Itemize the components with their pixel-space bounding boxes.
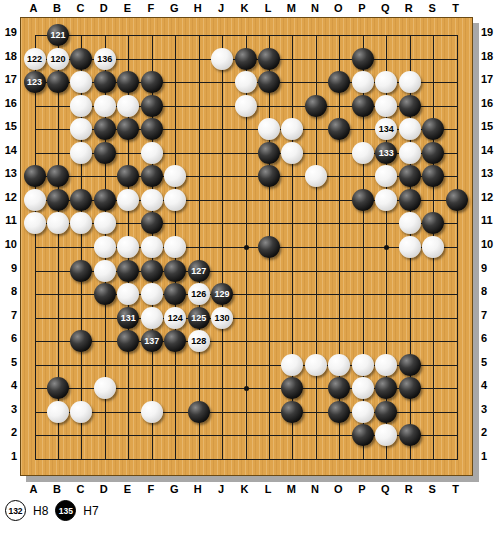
left-coord-15: 15 bbox=[1, 120, 17, 132]
stone-S15[interactable] bbox=[422, 118, 444, 140]
left-coord-4: 4 bbox=[1, 379, 17, 391]
stone-J7[interactable]: 130 bbox=[211, 307, 233, 329]
bottom-coord-D: D bbox=[96, 483, 112, 495]
stone-D4[interactable] bbox=[94, 377, 116, 399]
grid-line-horizontal bbox=[35, 459, 458, 460]
stone-Q14[interactable]: 133 bbox=[375, 142, 397, 164]
stone-R15[interactable] bbox=[399, 118, 421, 140]
stone-C17[interactable] bbox=[70, 71, 92, 93]
right-coord-11: 11 bbox=[481, 214, 499, 226]
right-coord-2: 2 bbox=[481, 426, 499, 438]
stone-O15[interactable] bbox=[328, 118, 350, 140]
top-coord-F: F bbox=[143, 2, 159, 14]
stone-L13[interactable] bbox=[258, 165, 280, 187]
stone-C12[interactable] bbox=[70, 189, 92, 211]
stone-S14[interactable] bbox=[422, 142, 444, 164]
stone-K16[interactable] bbox=[235, 95, 257, 117]
stone-G13[interactable] bbox=[164, 165, 186, 187]
stone-F16[interactable] bbox=[141, 95, 163, 117]
top-coord-E: E bbox=[119, 2, 135, 14]
stone-A18[interactable]: 122 bbox=[24, 48, 46, 70]
stone-M3[interactable] bbox=[281, 401, 303, 423]
stone-R2[interactable] bbox=[399, 424, 421, 446]
go-kifu-page: ABCDEFGHJKLMNOPQRST 19181716151413121110… bbox=[0, 0, 500, 537]
stone-C14[interactable] bbox=[70, 142, 92, 164]
left-coord-12: 12 bbox=[1, 191, 17, 203]
stone-L10[interactable] bbox=[258, 236, 280, 258]
stone-B4[interactable] bbox=[47, 377, 69, 399]
caption-coord-H7: H7 bbox=[83, 504, 98, 518]
right-coord-3: 3 bbox=[481, 403, 499, 415]
stone-O17[interactable] bbox=[328, 71, 350, 93]
left-coord-8: 8 bbox=[1, 285, 17, 297]
stone-R11[interactable] bbox=[399, 212, 421, 234]
star-point bbox=[244, 386, 249, 391]
stone-M14[interactable] bbox=[281, 142, 303, 164]
grid-line-horizontal bbox=[35, 318, 458, 319]
stone-A13[interactable] bbox=[24, 165, 46, 187]
go-board[interactable]: 1211221201361231341331271261291311241251… bbox=[20, 17, 473, 476]
right-coord-19: 19 bbox=[481, 26, 499, 38]
left-coord-11: 11 bbox=[1, 214, 17, 226]
top-coord-B: B bbox=[49, 2, 65, 14]
stone-O4[interactable] bbox=[328, 377, 350, 399]
stone-B3[interactable] bbox=[47, 401, 69, 423]
stone-S10[interactable] bbox=[422, 236, 444, 258]
grid-line-vertical bbox=[457, 35, 458, 460]
grid-line-horizontal bbox=[35, 341, 458, 342]
stone-D16[interactable] bbox=[94, 95, 116, 117]
stone-P4[interactable] bbox=[352, 377, 374, 399]
bottom-coord-H: H bbox=[190, 483, 206, 495]
stone-F3[interactable] bbox=[141, 401, 163, 423]
stone-Q4[interactable] bbox=[375, 377, 397, 399]
stone-D18[interactable]: 136 bbox=[94, 48, 116, 70]
bottom-coord-E: E bbox=[119, 483, 135, 495]
top-coord-D: D bbox=[96, 2, 112, 14]
bottom-coord-A: A bbox=[26, 483, 42, 495]
stone-F7[interactable] bbox=[141, 307, 163, 329]
stone-R17[interactable] bbox=[399, 71, 421, 93]
stone-D14[interactable] bbox=[94, 142, 116, 164]
stone-G8[interactable] bbox=[164, 283, 186, 305]
stone-G10[interactable] bbox=[164, 236, 186, 258]
left-coord-1: 1 bbox=[1, 450, 17, 462]
bottom-coord-P: P bbox=[354, 483, 370, 495]
stone-R14[interactable] bbox=[399, 142, 421, 164]
stone-F8[interactable] bbox=[141, 283, 163, 305]
stone-D8[interactable] bbox=[94, 283, 116, 305]
left-coord-5: 5 bbox=[1, 356, 17, 368]
left-coord-2: 2 bbox=[1, 426, 17, 438]
stone-E10[interactable] bbox=[117, 236, 139, 258]
bottom-coord-B: B bbox=[49, 483, 65, 495]
right-coord-18: 18 bbox=[481, 50, 499, 62]
stone-C18[interactable] bbox=[70, 48, 92, 70]
bottom-coord-K: K bbox=[237, 483, 253, 495]
stone-B13[interactable] bbox=[47, 165, 69, 187]
stone-E15[interactable] bbox=[117, 118, 139, 140]
stone-R16[interactable] bbox=[399, 95, 421, 117]
top-coord-L: L bbox=[260, 2, 276, 14]
left-coord-19: 19 bbox=[1, 26, 17, 38]
top-coord-C: C bbox=[72, 2, 88, 14]
right-coord-10: 10 bbox=[481, 238, 499, 250]
stone-E8[interactable] bbox=[117, 283, 139, 305]
top-coord-R: R bbox=[401, 2, 417, 14]
bottom-coord-C: C bbox=[72, 483, 88, 495]
stone-F6[interactable]: 137 bbox=[141, 330, 163, 352]
right-coord-4: 4 bbox=[481, 379, 499, 391]
stone-C11[interactable] bbox=[70, 212, 92, 234]
stone-K18[interactable] bbox=[235, 48, 257, 70]
stone-B11[interactable] bbox=[47, 212, 69, 234]
top-coord-K: K bbox=[237, 2, 253, 14]
stone-D10[interactable] bbox=[94, 236, 116, 258]
stone-M15[interactable] bbox=[281, 118, 303, 140]
move-caption: 132H8135H7 bbox=[5, 500, 99, 521]
stone-Q16[interactable] bbox=[375, 95, 397, 117]
left-coord-9: 9 bbox=[1, 262, 17, 274]
stone-L18[interactable] bbox=[258, 48, 280, 70]
stone-O3[interactable] bbox=[328, 401, 350, 423]
stone-J18[interactable] bbox=[211, 48, 233, 70]
stone-E9[interactable] bbox=[117, 260, 139, 282]
stone-E17[interactable] bbox=[117, 71, 139, 93]
bottom-coord-T: T bbox=[448, 483, 464, 495]
stone-C9[interactable] bbox=[70, 260, 92, 282]
stone-O5[interactable] bbox=[328, 354, 350, 376]
stone-L17[interactable] bbox=[258, 71, 280, 93]
right-coord-1: 1 bbox=[481, 450, 499, 462]
stone-P2[interactable] bbox=[352, 424, 374, 446]
stone-D11[interactable] bbox=[94, 212, 116, 234]
stone-C3[interactable] bbox=[70, 401, 92, 423]
top-coord-T: T bbox=[448, 2, 464, 14]
stone-B19[interactable]: 121 bbox=[47, 24, 69, 46]
stone-E16[interactable] bbox=[117, 95, 139, 117]
stone-R12[interactable] bbox=[399, 189, 421, 211]
stone-P14[interactable] bbox=[352, 142, 374, 164]
top-coord-P: P bbox=[354, 2, 370, 14]
stone-P16[interactable] bbox=[352, 95, 374, 117]
bottom-coord-G: G bbox=[166, 483, 182, 495]
stone-D17[interactable] bbox=[94, 71, 116, 93]
stone-E7[interactable]: 131 bbox=[117, 307, 139, 329]
bottom-coord-Q: Q bbox=[377, 483, 393, 495]
stone-E13[interactable] bbox=[117, 165, 139, 187]
stone-P3[interactable] bbox=[352, 401, 374, 423]
top-coord-N: N bbox=[307, 2, 323, 14]
stone-P12[interactable] bbox=[352, 189, 374, 211]
stone-D15[interactable] bbox=[94, 118, 116, 140]
stone-N13[interactable] bbox=[305, 165, 327, 187]
stone-A12[interactable] bbox=[24, 189, 46, 211]
stone-D9[interactable] bbox=[94, 260, 116, 282]
stone-H6[interactable]: 128 bbox=[188, 330, 210, 352]
stone-M5[interactable] bbox=[281, 354, 303, 376]
stone-E12[interactable] bbox=[117, 189, 139, 211]
stone-R4[interactable] bbox=[399, 377, 421, 399]
right-coord-6: 6 bbox=[481, 332, 499, 344]
left-coord-16: 16 bbox=[1, 97, 17, 109]
bottom-coord-F: F bbox=[143, 483, 159, 495]
top-coord-G: G bbox=[166, 2, 182, 14]
stone-F14[interactable] bbox=[141, 142, 163, 164]
left-coord-13: 13 bbox=[1, 167, 17, 179]
top-coord-A: A bbox=[26, 2, 42, 14]
stone-Q12[interactable] bbox=[375, 189, 397, 211]
star-point bbox=[244, 245, 249, 250]
left-coord-18: 18 bbox=[1, 50, 17, 62]
stone-H9[interactable]: 127 bbox=[188, 260, 210, 282]
stone-Q15[interactable]: 134 bbox=[375, 118, 397, 140]
caption-stone-135: 135 bbox=[55, 500, 76, 521]
stone-Q2[interactable] bbox=[375, 424, 397, 446]
top-coord-H: H bbox=[190, 2, 206, 14]
stone-G12[interactable] bbox=[164, 189, 186, 211]
bottom-coord-J: J bbox=[213, 483, 229, 495]
stone-N5[interactable] bbox=[305, 354, 327, 376]
stone-B18[interactable]: 120 bbox=[47, 48, 69, 70]
stone-L14[interactable] bbox=[258, 142, 280, 164]
stone-N16[interactable] bbox=[305, 95, 327, 117]
stone-G6[interactable] bbox=[164, 330, 186, 352]
stone-H3[interactable] bbox=[188, 401, 210, 423]
stone-Q5[interactable] bbox=[375, 354, 397, 376]
stone-B12[interactable] bbox=[47, 189, 69, 211]
right-coord-13: 13 bbox=[481, 167, 499, 179]
stone-K17[interactable] bbox=[235, 71, 257, 93]
stone-F15[interactable] bbox=[141, 118, 163, 140]
stone-Q3[interactable] bbox=[375, 401, 397, 423]
top-coord-M: M bbox=[283, 2, 299, 14]
star-point bbox=[384, 245, 389, 250]
top-coord-J: J bbox=[213, 2, 229, 14]
stone-D12[interactable] bbox=[94, 189, 116, 211]
stone-H8[interactable]: 126 bbox=[188, 283, 210, 305]
right-coord-8: 8 bbox=[481, 285, 499, 297]
stone-P5[interactable] bbox=[352, 354, 374, 376]
top-coord-S: S bbox=[424, 2, 440, 14]
right-coord-17: 17 bbox=[481, 73, 499, 85]
stone-R13[interactable] bbox=[399, 165, 421, 187]
right-coord-9: 9 bbox=[481, 262, 499, 274]
stone-S11[interactable] bbox=[422, 212, 444, 234]
top-coord-O: O bbox=[330, 2, 346, 14]
stone-A11[interactable] bbox=[24, 212, 46, 234]
stone-F11[interactable] bbox=[141, 212, 163, 234]
stone-P18[interactable] bbox=[352, 48, 374, 70]
stone-C6[interactable] bbox=[70, 330, 92, 352]
left-coord-6: 6 bbox=[1, 332, 17, 344]
right-coord-7: 7 bbox=[481, 309, 499, 321]
stone-P17[interactable] bbox=[352, 71, 374, 93]
right-coord-16: 16 bbox=[481, 97, 499, 109]
bottom-coord-O: O bbox=[330, 483, 346, 495]
bottom-coord-R: R bbox=[401, 483, 417, 495]
right-coord-12: 12 bbox=[481, 191, 499, 203]
left-coord-7: 7 bbox=[1, 309, 17, 321]
left-coord-14: 14 bbox=[1, 144, 17, 156]
bottom-coord-L: L bbox=[260, 483, 276, 495]
stone-S13[interactable] bbox=[422, 165, 444, 187]
stone-F12[interactable] bbox=[141, 189, 163, 211]
right-coord-15: 15 bbox=[481, 120, 499, 132]
stone-B17[interactable] bbox=[47, 71, 69, 93]
stone-Q13[interactable] bbox=[375, 165, 397, 187]
top-coord-Q: Q bbox=[377, 2, 393, 14]
stone-C15[interactable] bbox=[70, 118, 92, 140]
right-coord-5: 5 bbox=[481, 356, 499, 368]
stone-L15[interactable] bbox=[258, 118, 280, 140]
stone-F9[interactable] bbox=[141, 260, 163, 282]
left-coord-17: 17 bbox=[1, 73, 17, 85]
stone-R5[interactable] bbox=[399, 354, 421, 376]
left-coord-3: 3 bbox=[1, 403, 17, 415]
stone-J8[interactable]: 129 bbox=[211, 283, 233, 305]
bottom-coord-N: N bbox=[307, 483, 323, 495]
caption-coord-H8: H8 bbox=[33, 504, 48, 518]
caption-stone-132: 132 bbox=[5, 500, 26, 521]
stone-T12[interactable] bbox=[446, 189, 468, 211]
stone-F10[interactable] bbox=[141, 236, 163, 258]
stone-Q17[interactable] bbox=[375, 71, 397, 93]
stone-R10[interactable] bbox=[399, 236, 421, 258]
stone-M4[interactable] bbox=[281, 377, 303, 399]
stone-A17[interactable]: 123 bbox=[24, 71, 46, 93]
bottom-coord-M: M bbox=[283, 483, 299, 495]
stone-C16[interactable] bbox=[70, 95, 92, 117]
stone-F13[interactable] bbox=[141, 165, 163, 187]
stone-H7[interactable]: 125 bbox=[188, 307, 210, 329]
bottom-coord-S: S bbox=[424, 483, 440, 495]
stone-G9[interactable] bbox=[164, 260, 186, 282]
stone-F17[interactable] bbox=[141, 71, 163, 93]
stone-G7[interactable]: 124 bbox=[164, 307, 186, 329]
stone-E6[interactable] bbox=[117, 330, 139, 352]
left-coord-10: 10 bbox=[1, 238, 17, 250]
right-coord-14: 14 bbox=[481, 144, 499, 156]
